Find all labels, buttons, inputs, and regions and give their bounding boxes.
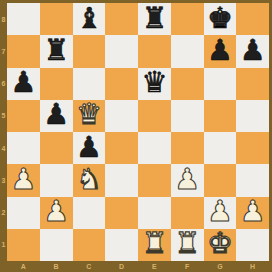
square-g1[interactable]: ♚	[204, 229, 237, 261]
file-label-a: A	[7, 261, 40, 272]
square-a5[interactable]	[7, 100, 40, 132]
rank-label-6: 6	[0, 68, 7, 100]
square-b4[interactable]	[40, 132, 73, 164]
square-h5[interactable]	[236, 100, 269, 132]
white-rook[interactable]: ♜	[174, 229, 200, 258]
square-h2[interactable]: ♟	[236, 197, 269, 229]
square-c8[interactable]: ♝	[73, 3, 106, 35]
square-h3[interactable]	[236, 164, 269, 196]
square-c4[interactable]: ♟	[73, 132, 106, 164]
file-label-e: E	[138, 261, 171, 272]
chess-board-frame: 87654321 ♝♜♚♜♟♟♟♛♟♛♟♟♞♟♟♟♟♜♜♚ ABCDEFGH	[0, 0, 272, 272]
square-g2[interactable]: ♟	[204, 197, 237, 229]
square-b7[interactable]: ♜	[40, 35, 73, 67]
white-knight[interactable]: ♞	[76, 165, 102, 194]
square-b1[interactable]	[40, 229, 73, 261]
rank-label-7: 7	[0, 35, 7, 67]
rank-label-4: 4	[0, 132, 7, 164]
file-label-b: B	[40, 261, 73, 272]
square-g3[interactable]	[204, 164, 237, 196]
black-queen[interactable]: ♛	[141, 68, 167, 97]
square-e4[interactable]	[138, 132, 171, 164]
square-f1[interactable]: ♜	[171, 229, 204, 261]
square-c2[interactable]	[73, 197, 106, 229]
square-e6[interactable]: ♛	[138, 68, 171, 100]
black-rook[interactable]: ♜	[43, 36, 69, 65]
square-c7[interactable]	[73, 35, 106, 67]
square-f7[interactable]	[171, 35, 204, 67]
square-b2[interactable]: ♟	[40, 197, 73, 229]
file-label-g: G	[204, 261, 237, 272]
white-pawn[interactable]: ♟	[207, 197, 233, 226]
square-h8[interactable]	[236, 3, 269, 35]
square-a4[interactable]	[7, 132, 40, 164]
square-d7[interactable]	[105, 35, 138, 67]
rank-label-1: 1	[0, 229, 7, 261]
square-f8[interactable]	[171, 3, 204, 35]
rank-label-5: 5	[0, 100, 7, 132]
file-labels: ABCDEFGH	[7, 261, 269, 272]
square-e8[interactable]: ♜	[138, 3, 171, 35]
square-g4[interactable]	[204, 132, 237, 164]
white-pawn[interactable]: ♟	[43, 197, 69, 226]
square-g5[interactable]	[204, 100, 237, 132]
black-pawn[interactable]: ♟	[10, 68, 36, 97]
square-f5[interactable]	[171, 100, 204, 132]
square-a2[interactable]	[7, 197, 40, 229]
white-king[interactable]: ♚	[207, 229, 233, 258]
square-a3[interactable]: ♟	[7, 164, 40, 196]
square-b6[interactable]	[40, 68, 73, 100]
file-label-c: C	[73, 261, 106, 272]
white-pawn[interactable]: ♟	[240, 197, 266, 226]
square-a8[interactable]	[7, 3, 40, 35]
square-a7[interactable]	[7, 35, 40, 67]
rank-label-8: 8	[0, 3, 7, 35]
square-g6[interactable]	[204, 68, 237, 100]
black-rook[interactable]: ♜	[141, 4, 167, 33]
square-e3[interactable]	[138, 164, 171, 196]
square-h4[interactable]	[236, 132, 269, 164]
square-h6[interactable]	[236, 68, 269, 100]
square-f3[interactable]: ♟	[171, 164, 204, 196]
square-c6[interactable]	[73, 68, 106, 100]
square-h1[interactable]	[236, 229, 269, 261]
white-rook[interactable]: ♜	[141, 229, 167, 258]
rank-labels: 87654321	[0, 3, 7, 261]
square-g7[interactable]: ♟	[204, 35, 237, 67]
black-pawn[interactable]: ♟	[76, 133, 102, 162]
square-c1[interactable]	[73, 229, 106, 261]
square-d2[interactable]	[105, 197, 138, 229]
square-c5[interactable]: ♛	[73, 100, 106, 132]
square-d6[interactable]	[105, 68, 138, 100]
square-d8[interactable]	[105, 3, 138, 35]
black-pawn[interactable]: ♟	[207, 36, 233, 65]
file-label-d: D	[105, 261, 138, 272]
file-label-f: F	[171, 261, 204, 272]
black-pawn[interactable]: ♟	[43, 100, 69, 129]
rank-label-3: 3	[0, 164, 7, 196]
square-a1[interactable]	[7, 229, 40, 261]
black-pawn[interactable]: ♟	[240, 36, 266, 65]
white-queen[interactable]: ♛	[76, 100, 102, 129]
square-e2[interactable]	[138, 197, 171, 229]
square-e1[interactable]: ♜	[138, 229, 171, 261]
square-h7[interactable]: ♟	[236, 35, 269, 67]
square-d1[interactable]	[105, 229, 138, 261]
black-king[interactable]: ♚	[207, 4, 233, 33]
square-e5[interactable]	[138, 100, 171, 132]
white-pawn[interactable]: ♟	[174, 165, 200, 194]
square-g8[interactable]: ♚	[204, 3, 237, 35]
square-e7[interactable]	[138, 35, 171, 67]
white-pawn[interactable]: ♟	[10, 165, 36, 194]
square-c3[interactable]: ♞	[73, 164, 106, 196]
chess-board: ♝♜♚♜♟♟♟♛♟♛♟♟♞♟♟♟♟♜♜♚	[7, 3, 269, 261]
square-d4[interactable]	[105, 132, 138, 164]
square-a6[interactable]: ♟	[7, 68, 40, 100]
square-d3[interactable]	[105, 164, 138, 196]
square-f6[interactable]	[171, 68, 204, 100]
square-b8[interactable]	[40, 3, 73, 35]
square-b3[interactable]	[40, 164, 73, 196]
black-bishop[interactable]: ♝	[76, 4, 102, 33]
square-f4[interactable]	[171, 132, 204, 164]
square-d5[interactable]	[105, 100, 138, 132]
file-label-h: H	[236, 261, 269, 272]
rank-label-2: 2	[0, 197, 7, 229]
square-b5[interactable]: ♟	[40, 100, 73, 132]
square-f2[interactable]	[171, 197, 204, 229]
